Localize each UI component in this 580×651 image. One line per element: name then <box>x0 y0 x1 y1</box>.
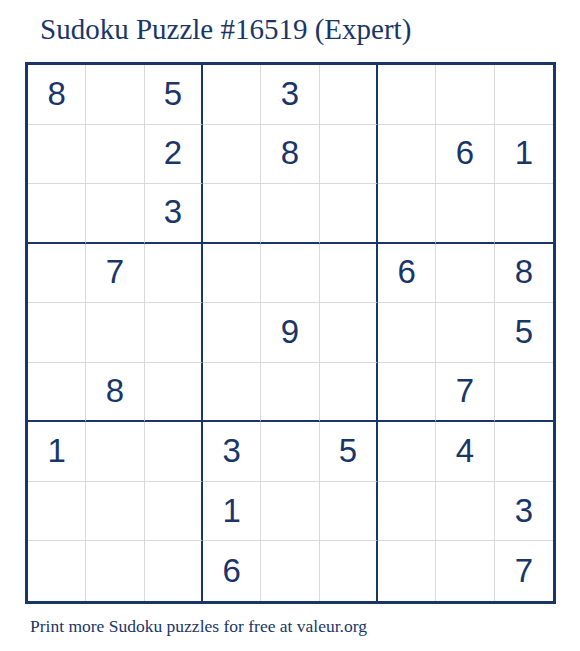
cell-r9c5 <box>261 541 319 601</box>
cell-r9c4: 6 <box>203 541 261 601</box>
cell-r4c1 <box>28 244 86 304</box>
cell-r8c2 <box>86 482 144 542</box>
cell-r8c7 <box>378 482 436 542</box>
cell-r3c9 <box>495 184 553 244</box>
cell-r5c1 <box>28 303 86 363</box>
cell-r4c7: 6 <box>378 244 436 304</box>
cell-r7c8: 4 <box>436 422 494 482</box>
cell-r5c3 <box>145 303 203 363</box>
cell-r3c3: 3 <box>145 184 203 244</box>
cell-r4c5 <box>261 244 319 304</box>
cell-r9c1 <box>28 541 86 601</box>
cell-r9c7 <box>378 541 436 601</box>
cell-r6c1 <box>28 363 86 423</box>
cell-r7c9 <box>495 422 553 482</box>
cell-r6c8: 7 <box>436 363 494 423</box>
cell-r5c5: 9 <box>261 303 319 363</box>
cell-r2c7 <box>378 125 436 185</box>
cell-r1c1: 8 <box>28 65 86 125</box>
cell-r1c7 <box>378 65 436 125</box>
cell-r2c9: 1 <box>495 125 553 185</box>
sudoku-board: 85328613768958713541367 <box>25 62 556 604</box>
cell-r4c2: 7 <box>86 244 144 304</box>
cell-r1c9 <box>495 65 553 125</box>
cell-r9c2 <box>86 541 144 601</box>
cell-r7c3 <box>145 422 203 482</box>
cell-r9c3 <box>145 541 203 601</box>
cell-r2c3: 2 <box>145 125 203 185</box>
cell-r6c6 <box>320 363 378 423</box>
cell-r5c9: 5 <box>495 303 553 363</box>
cell-r9c8 <box>436 541 494 601</box>
cell-r7c4: 3 <box>203 422 261 482</box>
cell-r8c1 <box>28 482 86 542</box>
cell-r1c3: 5 <box>145 65 203 125</box>
cell-r4c3 <box>145 244 203 304</box>
footer-text: Print more Sudoku puzzles for free at va… <box>30 616 367 637</box>
cell-r9c6 <box>320 541 378 601</box>
cell-r7c7 <box>378 422 436 482</box>
cell-r3c6 <box>320 184 378 244</box>
cell-r3c1 <box>28 184 86 244</box>
cell-r7c6: 5 <box>320 422 378 482</box>
cell-r4c6 <box>320 244 378 304</box>
cell-r2c8: 6 <box>436 125 494 185</box>
cell-r1c6 <box>320 65 378 125</box>
cell-r3c7 <box>378 184 436 244</box>
cell-r4c4 <box>203 244 261 304</box>
cell-r2c1 <box>28 125 86 185</box>
cell-r6c5 <box>261 363 319 423</box>
page-title: Sudoku Puzzle #16519 (Expert) <box>40 14 411 46</box>
cell-r2c5: 8 <box>261 125 319 185</box>
cell-r1c8 <box>436 65 494 125</box>
cell-r3c8 <box>436 184 494 244</box>
cell-r8c8 <box>436 482 494 542</box>
cell-r5c6 <box>320 303 378 363</box>
cell-r6c4 <box>203 363 261 423</box>
cell-r2c6 <box>320 125 378 185</box>
cell-r6c7 <box>378 363 436 423</box>
cell-r1c5: 3 <box>261 65 319 125</box>
cell-r3c4 <box>203 184 261 244</box>
cell-r6c2: 8 <box>86 363 144 423</box>
cell-r3c5 <box>261 184 319 244</box>
cell-r2c2 <box>86 125 144 185</box>
cell-r9c9: 7 <box>495 541 553 601</box>
cell-r4c8 <box>436 244 494 304</box>
cell-r4c9: 8 <box>495 244 553 304</box>
cell-r3c2 <box>86 184 144 244</box>
cell-r7c2 <box>86 422 144 482</box>
cell-r5c2 <box>86 303 144 363</box>
cell-r6c9 <box>495 363 553 423</box>
cell-r8c6 <box>320 482 378 542</box>
cell-r5c7 <box>378 303 436 363</box>
cell-r5c4 <box>203 303 261 363</box>
cell-r7c5 <box>261 422 319 482</box>
cell-r6c3 <box>145 363 203 423</box>
cell-r7c1: 1 <box>28 422 86 482</box>
cell-r8c4: 1 <box>203 482 261 542</box>
cell-r2c4 <box>203 125 261 185</box>
cell-r8c3 <box>145 482 203 542</box>
cell-r1c2 <box>86 65 144 125</box>
cell-r8c9: 3 <box>495 482 553 542</box>
cell-r8c5 <box>261 482 319 542</box>
cell-r5c8 <box>436 303 494 363</box>
cell-r1c4 <box>203 65 261 125</box>
